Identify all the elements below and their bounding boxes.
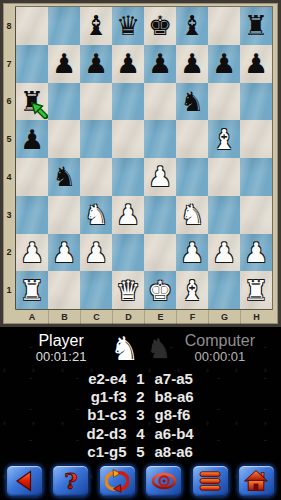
square-b4[interactable]: ♞: [48, 158, 80, 196]
piece-white-knight: ♞: [84, 201, 108, 228]
file-label-d: D: [112, 310, 144, 324]
eye-icon: [151, 470, 177, 492]
piece-white-pawn: ♟: [116, 201, 140, 228]
player-black-clock: 00:00:01: [178, 350, 262, 365]
piece-white-rook: ♜: [20, 277, 44, 304]
piece-black-pawn: ♟: [20, 126, 44, 153]
replay-button[interactable]: [99, 465, 136, 497]
move-number: 1: [127, 370, 155, 387]
square-b5[interactable]: [48, 120, 80, 158]
file-label-h: H: [240, 310, 272, 324]
piece-black-pawn: ♟: [84, 50, 108, 77]
piece-black-queen: ♛: [116, 12, 140, 39]
square-c7[interactable]: ♟: [80, 45, 112, 83]
square-g5[interactable]: ♝: [208, 120, 240, 158]
piece-white-bishop: ♝: [212, 126, 236, 153]
move-number: 3: [127, 406, 155, 423]
square-e5[interactable]: [144, 120, 176, 158]
piece-black-pawn: ♟: [116, 50, 140, 77]
rank-label-1: 1: [3, 271, 15, 309]
back-arrow-icon: [13, 469, 37, 493]
square-f7[interactable]: ♟: [176, 45, 208, 83]
move-row-1: e2-e41a7-a5: [61, 369, 221, 387]
square-d7[interactable]: ♟: [112, 45, 144, 83]
player-black-block: Computer 00:00:01: [178, 332, 262, 365]
square-g3[interactable]: [208, 196, 240, 234]
square-d5[interactable]: [112, 120, 144, 158]
move-white: c1-g5: [61, 443, 127, 460]
move-black: a8-a6: [155, 443, 221, 460]
square-c4[interactable]: [80, 158, 112, 196]
move-row-3: b1-c33g8-f6: [61, 406, 221, 424]
rank-label-8: 8: [3, 7, 15, 45]
square-d6[interactable]: [112, 83, 144, 121]
square-c8[interactable]: ♝: [80, 7, 112, 45]
move-black: a7-a5: [155, 370, 221, 387]
piece-white-pawn: ♟: [52, 239, 76, 266]
file-label-b: B: [48, 310, 80, 324]
piece-black-bishop: ♝: [84, 12, 108, 39]
black-knight-icon: ♞: [147, 335, 171, 362]
piece-black-pawn: ♟: [212, 50, 236, 77]
square-f5[interactable]: [176, 120, 208, 158]
square-e6[interactable]: [144, 83, 176, 121]
piece-white-rook: ♜: [244, 277, 268, 304]
piece-white-knight: ♞: [180, 201, 204, 228]
square-c5[interactable]: [80, 120, 112, 158]
selection-arrow-icon: [30, 101, 48, 119]
clock-bar: Player 00:01:21 ♞ ♞ Computer 00:00:01: [0, 327, 281, 368]
square-d1[interactable]: ♛: [112, 271, 144, 309]
square-a4[interactable]: [16, 158, 48, 196]
square-a6[interactable]: ♜: [16, 83, 48, 121]
move-white: d2-d3: [61, 425, 127, 442]
square-e4[interactable]: ♟: [144, 158, 176, 196]
move-white: e2-e4: [61, 370, 127, 387]
square-a1[interactable]: ♜: [16, 271, 48, 309]
menu-bars-icon: [197, 469, 223, 493]
square-g7[interactable]: ♟: [208, 45, 240, 83]
back-button[interactable]: [6, 465, 43, 497]
menu-button[interactable]: [192, 465, 229, 497]
piece-black-pawn: ♟: [52, 50, 76, 77]
piece-white-bishop: ♝: [180, 277, 204, 304]
square-h8[interactable]: ♜: [240, 7, 272, 45]
move-black: a6-b4: [155, 425, 221, 442]
move-black: g8-f6: [155, 406, 221, 423]
rank-labels: 87654321: [3, 7, 16, 309]
board-squares: ♝♛♚♝♜♟♟♟♟♟♟♟♜♞♟♝♞♟♞♟♞♟♟♟♟♟♟♜♛♚♝♜: [16, 7, 272, 309]
chess-board-frame: 87654321 ♝♛♚♝♜♟♟♟♟♟♟♟♜♞♟♝♞♟♞♟♞♟♟♟♟♟♟♜♛♚♝…: [0, 0, 281, 327]
piece-black-pawn: ♟: [180, 50, 204, 77]
piece-white-pawn: ♟: [180, 239, 204, 266]
square-b8[interactable]: [48, 7, 80, 45]
player-black-name: Computer: [178, 332, 262, 350]
square-c3[interactable]: ♞: [80, 196, 112, 234]
square-a7[interactable]: [16, 45, 48, 83]
piece-white-pawn: ♟: [212, 239, 236, 266]
square-f3[interactable]: ♞: [176, 196, 208, 234]
file-label-c: C: [80, 310, 112, 324]
square-f2[interactable]: ♟: [176, 234, 208, 272]
square-h6[interactable]: [240, 83, 272, 121]
square-c2[interactable]: ♟: [80, 234, 112, 272]
help-button[interactable]: ?: [52, 465, 89, 497]
bottom-panel: Player 00:01:21 ♞ ♞ Computer 00:00:01 e2…: [0, 327, 281, 500]
square-h3[interactable]: [240, 196, 272, 234]
square-e1[interactable]: ♚: [144, 271, 176, 309]
square-b7[interactable]: ♟: [48, 45, 80, 83]
piece-black-king: ♚: [148, 12, 172, 39]
square-f8[interactable]: ♝: [176, 7, 208, 45]
rotate-arrows-icon: [105, 469, 129, 493]
square-b3[interactable]: [48, 196, 80, 234]
square-a3[interactable]: [16, 196, 48, 234]
file-label-g: G: [208, 310, 240, 324]
move-black: b8-a6: [155, 388, 221, 405]
file-label-e: E: [144, 310, 176, 324]
square-c1[interactable]: [80, 271, 112, 309]
file-labels: ABCDEFGH: [16, 309, 272, 324]
player-white-name: Player: [19, 332, 103, 350]
square-h7[interactable]: ♟: [240, 45, 272, 83]
square-b6[interactable]: [48, 83, 80, 121]
file-label-a: A: [16, 310, 48, 324]
square-g8[interactable]: [208, 7, 240, 45]
square-e8[interactable]: ♚: [144, 7, 176, 45]
move-white: b1-c3: [61, 406, 127, 423]
square-d3[interactable]: ♟: [112, 196, 144, 234]
square-b1[interactable]: [48, 271, 80, 309]
player-white-clock: 00:01:21: [19, 350, 103, 365]
piece-black-pawn: ♟: [148, 50, 172, 77]
square-g1[interactable]: [208, 271, 240, 309]
move-number: 4: [127, 425, 155, 442]
toolbar: ?: [0, 461, 281, 500]
rank-label-5: 5: [3, 120, 15, 158]
square-a2[interactable]: ♟: [16, 234, 48, 272]
square-a5[interactable]: ♟: [16, 120, 48, 158]
move-list: e2-e41a7-a5g1-f32b8-a6b1-c33g8-f6d2-d34a…: [0, 368, 281, 461]
hint-button[interactable]: [145, 465, 182, 497]
move-number: 5: [127, 443, 155, 460]
square-g6[interactable]: [208, 83, 240, 121]
piece-black-knight: ♞: [52, 163, 76, 190]
rank-label-3: 3: [3, 196, 15, 234]
piece-white-pawn: ♟: [148, 163, 172, 190]
piece-white-pawn: ♟: [244, 239, 268, 266]
square-a8[interactable]: [16, 7, 48, 45]
square-f4[interactable]: [176, 158, 208, 196]
square-f6[interactable]: ♞: [176, 83, 208, 121]
square-h5[interactable]: [240, 120, 272, 158]
square-e3[interactable]: [144, 196, 176, 234]
square-d8[interactable]: ♛: [112, 7, 144, 45]
rank-label-7: 7: [3, 45, 15, 83]
square-e7[interactable]: ♟: [144, 45, 176, 83]
square-h2[interactable]: ♟: [240, 234, 272, 272]
move-row-5: c1-g55a8-a6: [61, 443, 221, 461]
square-d4[interactable]: [112, 158, 144, 196]
piece-black-knight: ♞: [180, 88, 204, 115]
question-mark-icon: ?: [59, 469, 83, 493]
square-c6[interactable]: [80, 83, 112, 121]
square-g4[interactable]: [208, 158, 240, 196]
rank-label-4: 4: [3, 158, 15, 196]
move-row-4: d2-d34a6-b4: [61, 424, 221, 442]
file-label-f: F: [176, 310, 208, 324]
piece-white-pawn: ♟: [84, 239, 108, 266]
home-icon: [243, 469, 269, 493]
square-h4[interactable]: [240, 158, 272, 196]
piece-black-rook: ♜: [244, 12, 268, 39]
piece-white-queen: ♛: [116, 277, 140, 304]
move-number: 2: [127, 388, 155, 405]
move-row-2: g1-f32b8-a6: [61, 387, 221, 405]
rank-label-6: 6: [3, 83, 15, 121]
player-white-block: Player 00:01:21: [19, 332, 103, 365]
square-b2[interactable]: ♟: [48, 234, 80, 272]
square-f1[interactable]: ♝: [176, 271, 208, 309]
square-d2[interactable]: [112, 234, 144, 272]
svg-text:?: ?: [64, 469, 77, 493]
piece-white-king: ♚: [148, 277, 172, 304]
home-button[interactable]: [238, 465, 275, 497]
white-knight-icon: ♞: [110, 332, 140, 365]
square-g2[interactable]: ♟: [208, 234, 240, 272]
rank-label-2: 2: [3, 234, 15, 272]
piece-black-pawn: ♟: [244, 50, 268, 77]
move-white: g1-f3: [61, 388, 127, 405]
square-h1[interactable]: ♜: [240, 271, 272, 309]
piece-black-bishop: ♝: [180, 12, 204, 39]
square-e2[interactable]: [144, 234, 176, 272]
piece-white-pawn: ♟: [20, 239, 44, 266]
